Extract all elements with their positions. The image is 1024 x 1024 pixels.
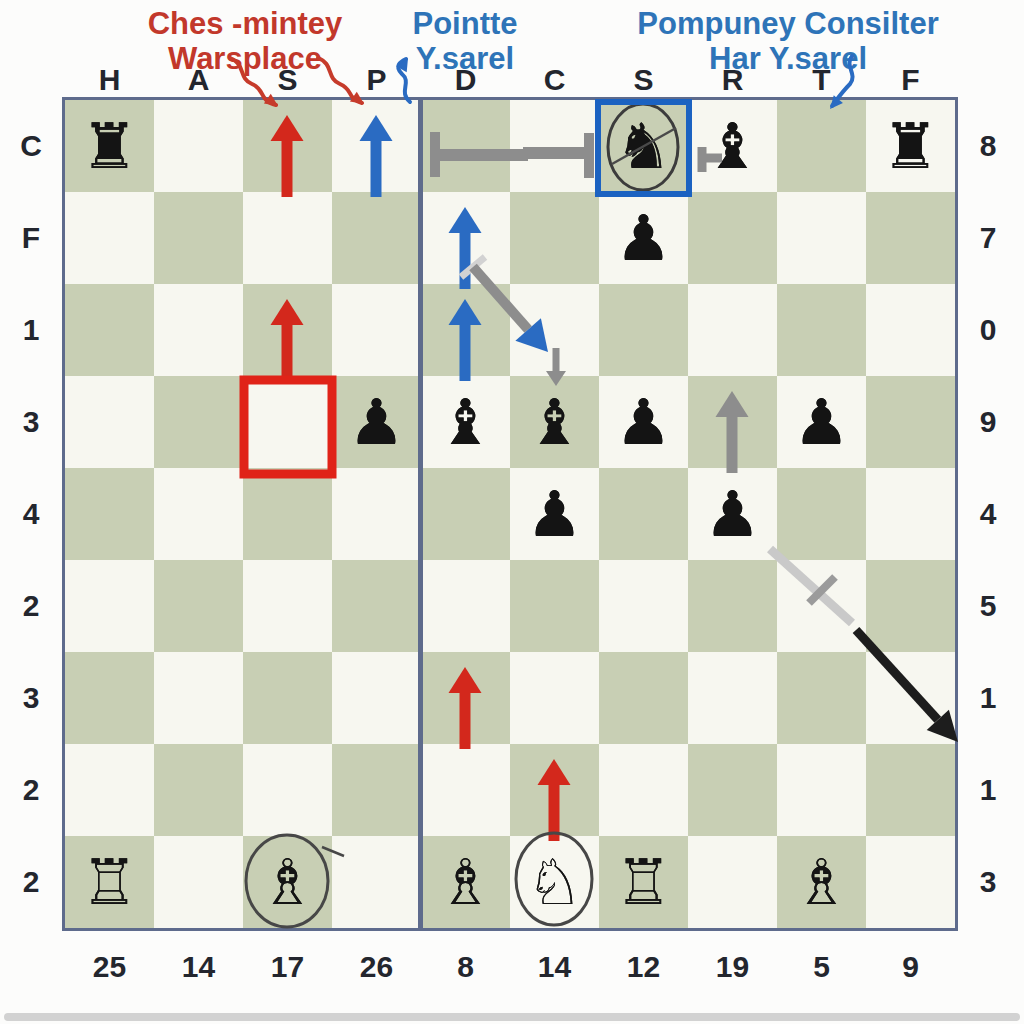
square[interactable] [866, 836, 955, 928]
left-rank-label: 2 [23, 773, 40, 807]
right-rank-label: 0 [980, 313, 997, 347]
square[interactable] [243, 652, 332, 744]
bottom-number-label: 12 [627, 950, 660, 984]
square[interactable] [65, 468, 154, 560]
top-file-label: F [901, 63, 919, 97]
square[interactable]: ♖ [599, 836, 688, 928]
white-bishop: ♗ [793, 851, 849, 914]
square[interactable] [154, 652, 243, 744]
left-rank-label: 2 [23, 589, 40, 623]
square[interactable]: ♟ [599, 376, 688, 468]
top-file-label: S [633, 63, 653, 97]
square[interactable] [866, 192, 955, 284]
square[interactable] [243, 376, 332, 468]
square[interactable]: ♟ [688, 468, 777, 560]
chess-diagram: Ches -mintey Warsplace Pointte Y.sarel P… [0, 0, 1024, 1024]
arrowhead [396, 58, 408, 72]
square[interactable] [332, 744, 421, 836]
square[interactable]: ♗ [421, 836, 510, 928]
bottom-number-label: 14 [538, 950, 571, 984]
square[interactable] [154, 100, 243, 192]
squiggle-arrow [398, 59, 410, 102]
square[interactable] [510, 744, 599, 836]
white-rook: ♖ [615, 851, 671, 914]
annotation-blue-title-2: Pompuney Consilter Har Y.sarel [637, 6, 938, 76]
square[interactable] [866, 560, 955, 652]
annotation-blue-title-1-line1: Pointte [412, 6, 517, 41]
annotation-blue-title-2-line1: Pompuney Consilter [637, 6, 938, 41]
square[interactable] [688, 376, 777, 468]
black-rook: ♜ [882, 115, 938, 178]
square[interactable]: ♝ [688, 100, 777, 192]
bottom-number-label: 17 [271, 950, 304, 984]
square[interactable] [332, 652, 421, 744]
right-rank-label: 5 [980, 589, 997, 623]
square[interactable] [866, 284, 955, 376]
square[interactable] [154, 284, 243, 376]
right-rank-label: 9 [980, 405, 997, 439]
square[interactable]: ♜ [65, 100, 154, 192]
black-pawn: ♟ [615, 391, 671, 454]
square[interactable]: ♘ [510, 836, 599, 928]
square[interactable] [243, 192, 332, 284]
black-pawn: ♟ [348, 391, 404, 454]
square[interactable] [65, 192, 154, 284]
black-rook: ♜ [81, 115, 137, 178]
square[interactable]: ♟ [332, 376, 421, 468]
square[interactable] [777, 652, 866, 744]
square[interactable] [65, 652, 154, 744]
square[interactable] [688, 744, 777, 836]
square[interactable] [421, 192, 510, 284]
square[interactable]: ♜ [866, 100, 955, 192]
top-file-label: H [99, 63, 121, 97]
square[interactable] [65, 376, 154, 468]
top-file-label: R [722, 63, 744, 97]
bottom-strip [4, 1013, 1020, 1021]
square[interactable] [421, 468, 510, 560]
white-bishop: ♗ [259, 851, 315, 914]
square[interactable] [866, 468, 955, 560]
square[interactable] [154, 376, 243, 468]
square[interactable] [421, 744, 510, 836]
white-knight: ♘ [526, 851, 582, 914]
bottom-number-label: 14 [182, 950, 215, 984]
bottom-number-label: 25 [93, 950, 126, 984]
square[interactable]: ♗ [777, 836, 866, 928]
top-file-label: T [812, 63, 830, 97]
square[interactable] [599, 284, 688, 376]
right-rank-label: 1 [980, 681, 997, 715]
square[interactable]: ♟ [510, 468, 599, 560]
right-rank-label: 8 [980, 129, 997, 163]
square[interactable] [332, 560, 421, 652]
square[interactable] [599, 468, 688, 560]
square[interactable] [510, 560, 599, 652]
square[interactable] [243, 100, 332, 192]
black-bishop: ♝ [437, 391, 493, 454]
square[interactable] [777, 744, 866, 836]
white-bishop: ♗ [437, 851, 493, 914]
square[interactable] [510, 652, 599, 744]
top-file-label: A [188, 63, 210, 97]
black-pawn: ♟ [526, 483, 582, 546]
top-file-label: S [277, 63, 297, 97]
square[interactable] [510, 284, 599, 376]
square[interactable] [243, 468, 332, 560]
black-bishop: ♝ [704, 115, 760, 178]
board-divider [418, 97, 423, 931]
square[interactable] [777, 468, 866, 560]
top-file-label: C [544, 63, 566, 97]
square[interactable] [688, 284, 777, 376]
square[interactable]: ♖ [65, 836, 154, 928]
square[interactable] [243, 560, 332, 652]
square[interactable]: ♝ [510, 376, 599, 468]
black-pawn: ♟ [615, 207, 671, 270]
square[interactable] [332, 100, 421, 192]
square[interactable] [688, 836, 777, 928]
white-rook: ♖ [81, 851, 137, 914]
square[interactable] [777, 284, 866, 376]
square[interactable] [510, 100, 599, 192]
square[interactable] [332, 284, 421, 376]
black-pawn: ♟ [704, 483, 760, 546]
left-rank-label: 3 [23, 405, 40, 439]
square[interactable] [243, 744, 332, 836]
square[interactable] [421, 652, 510, 744]
square[interactable] [154, 468, 243, 560]
square[interactable] [866, 744, 955, 836]
square[interactable] [599, 744, 688, 836]
square[interactable]: ♝ [421, 376, 510, 468]
right-rank-label: 4 [980, 497, 997, 531]
square[interactable] [599, 560, 688, 652]
right-rank-label: 7 [980, 221, 997, 255]
annotation-blue-title-2-line2: Har Y.sarel [637, 41, 938, 76]
black-bishop: ♝ [526, 391, 582, 454]
square[interactable]: ♟ [599, 192, 688, 284]
bottom-number-label: 9 [902, 950, 919, 984]
annotation-red-title-line2: Warsplace [148, 41, 343, 76]
square[interactable] [777, 192, 866, 284]
square[interactable] [688, 192, 777, 284]
board: ♜♞♝♜♟♟♝♝♟♟♟♟♖♗♗♘♖♗ [62, 97, 958, 931]
annotation-red-title: Ches -mintey Warsplace [148, 6, 343, 76]
top-file-label: P [366, 63, 386, 97]
bottom-number-label: 8 [457, 950, 474, 984]
left-rank-label: F [22, 221, 40, 255]
square[interactable]: ♞ [599, 100, 688, 192]
square[interactable]: ♟ [777, 376, 866, 468]
left-rank-label: 2 [23, 865, 40, 899]
square[interactable] [154, 744, 243, 836]
square[interactable] [866, 376, 955, 468]
bottom-number-label: 26 [360, 950, 393, 984]
square[interactable] [688, 652, 777, 744]
right-rank-label: 3 [980, 865, 997, 899]
square[interactable]: ♗ [243, 836, 332, 928]
square[interactable] [332, 836, 421, 928]
square[interactable] [154, 836, 243, 928]
left-rank-label: 4 [23, 497, 40, 531]
bottom-number-label: 19 [716, 950, 749, 984]
square[interactable] [154, 192, 243, 284]
square[interactable] [65, 284, 154, 376]
square[interactable] [243, 284, 332, 376]
square[interactable] [332, 468, 421, 560]
square[interactable] [154, 560, 243, 652]
square[interactable] [421, 100, 510, 192]
black-knight: ♞ [615, 115, 671, 178]
top-file-label: D [455, 63, 477, 97]
black-pawn: ♟ [793, 391, 849, 454]
left-rank-label: 1 [23, 313, 40, 347]
square[interactable] [65, 560, 154, 652]
square[interactable] [777, 560, 866, 652]
square[interactable] [421, 560, 510, 652]
left-rank-label: 3 [23, 681, 40, 715]
square[interactable] [65, 744, 154, 836]
square[interactable] [332, 192, 421, 284]
bottom-number-label: 5 [813, 950, 830, 984]
square[interactable] [510, 192, 599, 284]
square[interactable] [777, 100, 866, 192]
square[interactable] [599, 652, 688, 744]
square[interactable] [421, 284, 510, 376]
square[interactable] [688, 560, 777, 652]
left-rank-label: C [20, 129, 42, 163]
square[interactable] [866, 652, 955, 744]
right-rank-label: 1 [980, 773, 997, 807]
annotation-red-title-line1: Ches -mintey [148, 6, 343, 41]
